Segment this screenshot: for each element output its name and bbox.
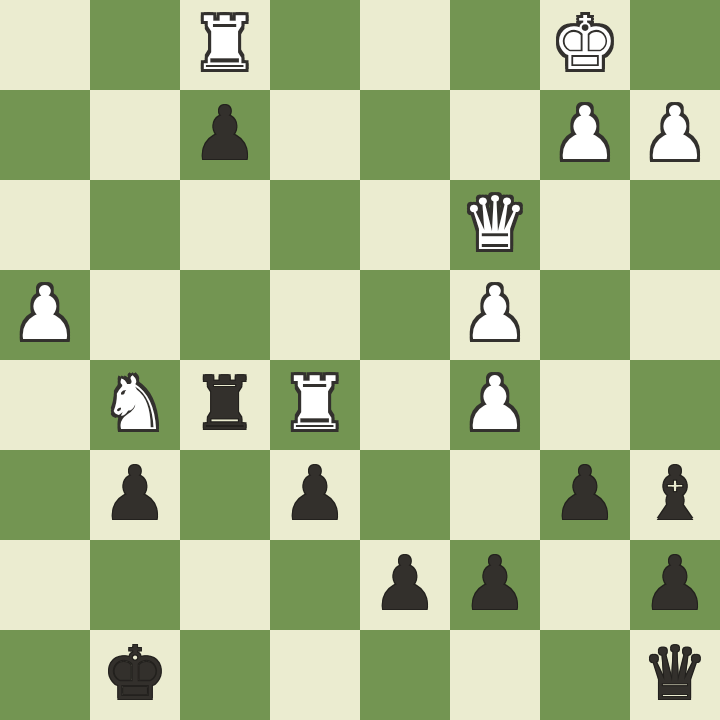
square-e2[interactable]: ♟ [360, 540, 450, 630]
square-c1[interactable] [180, 630, 270, 720]
square-d7[interactable] [270, 90, 360, 180]
black-pawn-f2[interactable]: ♟ [462, 538, 528, 628]
square-e1[interactable] [360, 630, 450, 720]
square-f7[interactable] [450, 90, 540, 180]
square-g3[interactable]: ♟ [540, 450, 630, 540]
square-f5[interactable]: ♟ [450, 270, 540, 360]
square-a1[interactable] [0, 630, 90, 720]
square-b5[interactable] [90, 270, 180, 360]
white-rook-d4[interactable]: ♜ [282, 358, 348, 448]
square-g2[interactable] [540, 540, 630, 630]
white-king-g8[interactable]: ♚ [552, 0, 618, 88]
square-h8[interactable] [630, 0, 720, 90]
square-c4[interactable]: ♜ [180, 360, 270, 450]
square-a5[interactable]: ♟ [0, 270, 90, 360]
white-pawn-f5[interactable]: ♟ [462, 268, 528, 358]
square-c6[interactable] [180, 180, 270, 270]
square-f8[interactable] [450, 0, 540, 90]
square-g1[interactable] [540, 630, 630, 720]
square-d2[interactable] [270, 540, 360, 630]
square-a4[interactable] [0, 360, 90, 450]
square-e3[interactable] [360, 450, 450, 540]
square-f4[interactable]: ♟ [450, 360, 540, 450]
square-d1[interactable] [270, 630, 360, 720]
square-g5[interactable] [540, 270, 630, 360]
square-b2[interactable] [90, 540, 180, 630]
square-c8[interactable]: ♜ [180, 0, 270, 90]
square-g4[interactable] [540, 360, 630, 450]
square-a8[interactable] [0, 0, 90, 90]
black-pawn-e2[interactable]: ♟ [372, 538, 438, 628]
black-pawn-h2[interactable]: ♟ [642, 538, 708, 628]
square-b8[interactable] [90, 0, 180, 90]
square-h7[interactable]: ♟ [630, 90, 720, 180]
square-f6[interactable]: ♛ [450, 180, 540, 270]
square-e8[interactable] [360, 0, 450, 90]
square-b3[interactable]: ♟ [90, 450, 180, 540]
square-e5[interactable] [360, 270, 450, 360]
square-d4[interactable]: ♜ [270, 360, 360, 450]
square-f2[interactable]: ♟ [450, 540, 540, 630]
square-g8[interactable]: ♚ [540, 0, 630, 90]
square-a2[interactable] [0, 540, 90, 630]
square-a7[interactable] [0, 90, 90, 180]
black-rook-c4[interactable]: ♜ [192, 358, 258, 448]
square-g7[interactable]: ♟ [540, 90, 630, 180]
white-pawn-h7[interactable]: ♟ [642, 88, 708, 178]
black-queen-h1[interactable]: ♛ [642, 628, 708, 718]
square-b7[interactable] [90, 90, 180, 180]
black-bishop-h3[interactable]: ♝ [642, 448, 708, 538]
black-king-b1[interactable]: ♚ [102, 628, 168, 718]
white-pawn-f4[interactable]: ♟ [462, 358, 528, 448]
square-a3[interactable] [0, 450, 90, 540]
square-h4[interactable] [630, 360, 720, 450]
square-g6[interactable] [540, 180, 630, 270]
square-b1[interactable]: ♚ [90, 630, 180, 720]
white-rook-c8[interactable]: ♜ [192, 0, 258, 88]
square-e7[interactable] [360, 90, 450, 180]
square-h6[interactable] [630, 180, 720, 270]
square-a6[interactable] [0, 180, 90, 270]
square-f3[interactable] [450, 450, 540, 540]
square-d5[interactable] [270, 270, 360, 360]
square-d3[interactable]: ♟ [270, 450, 360, 540]
square-d6[interactable] [270, 180, 360, 270]
square-d8[interactable] [270, 0, 360, 90]
black-pawn-b3[interactable]: ♟ [102, 448, 168, 538]
black-pawn-c7[interactable]: ♟ [192, 88, 258, 178]
square-h5[interactable] [630, 270, 720, 360]
square-e4[interactable] [360, 360, 450, 450]
square-h3[interactable]: ♝ [630, 450, 720, 540]
square-f1[interactable] [450, 630, 540, 720]
square-h2[interactable]: ♟ [630, 540, 720, 630]
square-c3[interactable] [180, 450, 270, 540]
white-queen-f6[interactable]: ♛ [462, 178, 528, 268]
square-b4[interactable]: ♞ [90, 360, 180, 450]
white-pawn-a5[interactable]: ♟ [12, 268, 78, 358]
black-pawn-g3[interactable]: ♟ [552, 448, 618, 538]
square-c7[interactable]: ♟ [180, 90, 270, 180]
chess-board: ♜♚♟♟♟♛♟♟♞♜♜♟♟♟♟♝♟♟♟♚♛ [0, 0, 720, 720]
black-pawn-d3[interactable]: ♟ [282, 448, 348, 538]
square-c5[interactable] [180, 270, 270, 360]
square-e6[interactable] [360, 180, 450, 270]
white-pawn-g7[interactable]: ♟ [552, 88, 618, 178]
square-b6[interactable] [90, 180, 180, 270]
square-h1[interactable]: ♛ [630, 630, 720, 720]
square-c2[interactable] [180, 540, 270, 630]
white-knight-b4[interactable]: ♞ [102, 358, 168, 448]
